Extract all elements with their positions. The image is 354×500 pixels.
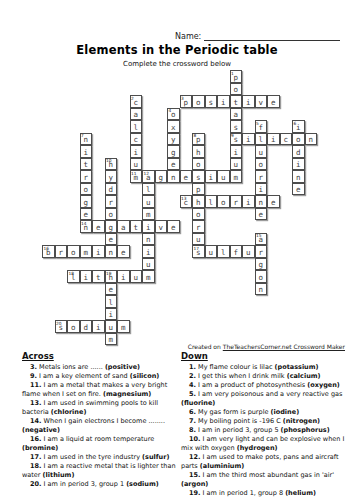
- grid-cell: g: [255, 258, 268, 271]
- cell-letter: l: [218, 248, 229, 258]
- grid-cell: l: [105, 295, 118, 308]
- cell-letter: u: [143, 198, 154, 208]
- grid-cell: m: [105, 333, 118, 346]
- clue-item: 1. My flame colour is lilac (potassium): [181, 363, 348, 372]
- cell-letter: s: [193, 248, 204, 258]
- cell-letter: o: [193, 210, 204, 220]
- clue-item: 17. I am used in the tyre industry (sulf…: [22, 453, 177, 462]
- cell-letter: u: [131, 273, 142, 283]
- cell-letter: l: [131, 123, 142, 133]
- across-clues-section: Across 3. Metals ions are ...... (positi…: [22, 352, 177, 489]
- worksheet-page: Name: Elements in the Periodic table Com…: [0, 0, 354, 500]
- grid-cell: 12a: [142, 170, 155, 183]
- cell-letter: r: [256, 248, 267, 258]
- clue-item: 14. When I gain electrons I become .....…: [22, 417, 177, 435]
- cell-letter: v: [256, 98, 267, 108]
- grid-cell: 14n: [80, 220, 93, 233]
- cell-letter: a: [256, 235, 267, 245]
- cell-letter: s: [193, 173, 204, 183]
- cell-letter: e: [293, 185, 304, 195]
- clue-item: 6. My gas form is purple (iodine): [181, 408, 348, 417]
- grid-cell: y: [167, 133, 180, 146]
- cell-letter: g: [168, 148, 179, 158]
- grid-cell: g: [80, 195, 93, 208]
- clue-item: 13. I am used in swimming pools to kill …: [22, 399, 177, 417]
- credit-prefix: Created on: [188, 343, 223, 350]
- cell-letter: m: [131, 173, 142, 183]
- cell-letter: i: [118, 273, 129, 283]
- grid-cell: r: [80, 170, 93, 183]
- grid-cell: d: [80, 320, 93, 333]
- cell-letter: p: [231, 73, 242, 83]
- cell-letter: y: [168, 135, 179, 145]
- grid-cell: x: [167, 120, 180, 133]
- cell-letter: t: [93, 273, 104, 283]
- grid-cell: s: [230, 120, 243, 133]
- cell-letter: o: [106, 210, 117, 220]
- cell-letter: n: [81, 223, 92, 233]
- cell-letter: u: [106, 323, 117, 333]
- cell-letter: c: [281, 135, 292, 145]
- grid-cell: 13c: [180, 195, 193, 208]
- cell-letter: f: [256, 123, 267, 133]
- grid-cell: t: [92, 270, 105, 283]
- grid-cell: g: [155, 170, 168, 183]
- cell-letter: m: [231, 173, 242, 183]
- grid-cell: a: [130, 108, 143, 121]
- grid-cell: u: [230, 158, 243, 171]
- grid-cell: o: [230, 83, 243, 96]
- cell-letter: l: [68, 273, 79, 283]
- cell-letter: x: [168, 123, 179, 133]
- cell-letter: n: [106, 248, 117, 258]
- grid-cell: r: [192, 220, 205, 233]
- cell-letter: r: [81, 173, 92, 183]
- grid-cell: a: [230, 108, 243, 121]
- cell-letter: g: [81, 198, 92, 208]
- clue-item: 18. I am a reactive metal that is lighte…: [22, 462, 177, 480]
- grid-cell: m: [230, 170, 243, 183]
- cell-letter: r: [106, 198, 117, 208]
- cell-letter: c: [131, 135, 142, 145]
- grid-cell: o: [255, 158, 268, 171]
- cell-letter: i: [93, 323, 104, 333]
- clue-item: 10. I am very light and can be explosive…: [181, 435, 348, 453]
- cell-letter: u: [231, 160, 242, 170]
- clue-item: 19. I am in period 1, group 8 (helium): [181, 489, 348, 498]
- cell-letter: b: [43, 248, 54, 258]
- clue-item: 2. I get this when I drink milk (calcium…: [181, 372, 348, 381]
- cell-letter: p: [193, 135, 204, 145]
- cell-letter: e: [268, 198, 279, 208]
- cell-letter: s: [56, 323, 67, 333]
- cell-letter: i: [268, 135, 279, 145]
- clue-item: 16. I am a liquid at room temperature (b…: [22, 435, 177, 453]
- name-row: Name:: [175, 32, 340, 41]
- grid-cell: u: [105, 320, 118, 333]
- grid-cell: n: [142, 233, 155, 246]
- cell-letter: m: [143, 273, 154, 283]
- grid-cell: i: [142, 245, 155, 258]
- clue-item: 8. I am in period 3, group 5 (phosphorus…: [181, 426, 348, 435]
- grid-cell: e: [105, 233, 118, 246]
- cell-letter: i: [293, 160, 304, 170]
- grid-cell: m: [142, 270, 155, 283]
- grid-cell: u: [255, 145, 268, 158]
- cell-letter: n: [81, 135, 92, 145]
- grid-cell: r: [255, 170, 268, 183]
- cell-letter: i: [93, 248, 104, 258]
- grid-cell: n: [105, 245, 118, 258]
- grid-cell: h: [192, 145, 205, 158]
- cell-letter: p: [181, 98, 192, 108]
- name-blank-line: [204, 32, 340, 41]
- cell-letter: o: [218, 198, 229, 208]
- clue-item: 20. I am in period 3, group 1 (sodium): [22, 480, 177, 489]
- cell-letter: g: [156, 173, 167, 183]
- grid-cell: h: [192, 195, 205, 208]
- crossword-grid: 1po2c3positivea4oalxs5f6i7ncy8p9siliconi…: [42, 70, 322, 350]
- cell-letter: o: [68, 248, 79, 258]
- grid-cell: u: [142, 258, 155, 271]
- grid-cell: u: [142, 195, 155, 208]
- cell-letter: v: [156, 223, 167, 233]
- grid-cell: e: [255, 208, 268, 221]
- cell-letter: i: [231, 148, 242, 158]
- grid-cell: i: [292, 158, 305, 171]
- cell-letter: m: [81, 248, 92, 258]
- cell-letter: i: [293, 123, 304, 133]
- cell-letter: u: [206, 248, 217, 258]
- clue-item: 4. I am a product of photosynthesis (oxy…: [181, 381, 348, 390]
- grid-cell: p: [192, 183, 205, 196]
- cell-letter: i: [206, 173, 217, 183]
- cell-letter: u: [218, 173, 229, 183]
- grid-cell: 18l: [67, 270, 80, 283]
- clue-item: 12. I am used to make pots, pans and air…: [181, 453, 348, 471]
- cell-letter: a: [143, 173, 154, 183]
- grid-cell: u: [130, 270, 143, 283]
- cell-letter: i: [143, 248, 154, 258]
- cell-letter: i: [218, 98, 229, 108]
- cell-letter: o: [193, 160, 204, 170]
- grid-cell: i: [92, 245, 105, 258]
- grid-cell: i: [105, 308, 118, 321]
- grid-cell: l: [255, 133, 268, 146]
- grid-cell: t: [130, 220, 143, 233]
- clue-item: 15. I am the third most abundant gas in …: [181, 471, 348, 489]
- clue-item: 7. My boiling point is -196 C (nitrogen): [181, 417, 348, 426]
- cell-letter: o: [293, 135, 304, 145]
- grid-cell: l: [205, 195, 218, 208]
- cell-letter: u: [243, 248, 254, 258]
- grid-cell: m: [80, 245, 93, 258]
- credit-line: Created on TheTeachersCorner.net Crosswo…: [188, 343, 345, 350]
- grid-cell: o: [192, 158, 205, 171]
- cell-letter: e: [256, 210, 267, 220]
- cell-letter: r: [256, 173, 267, 183]
- cell-letter: e: [93, 223, 104, 233]
- grid-cell: g: [167, 145, 180, 158]
- grid-cell: n: [292, 170, 305, 183]
- grid-cell: y: [105, 170, 118, 183]
- cell-letter: t: [81, 160, 92, 170]
- grid-cell: u: [242, 245, 255, 258]
- cell-letter: r: [193, 223, 204, 233]
- grid-cell: 20s: [55, 320, 68, 333]
- grid-cell: u: [205, 245, 218, 258]
- cell-letter: r: [231, 198, 242, 208]
- grid-cell: v: [255, 95, 268, 108]
- grid-cell: u: [217, 170, 230, 183]
- cell-letter: l: [206, 198, 217, 208]
- cell-letter: s: [231, 135, 242, 145]
- grid-cell: i: [255, 183, 268, 196]
- grid-cell: o: [80, 183, 93, 196]
- grid-cell: 6i: [292, 120, 305, 133]
- grid-cell: o: [255, 270, 268, 283]
- cell-letter: r: [56, 248, 67, 258]
- cell-letter: n: [293, 173, 304, 183]
- cell-letter: a: [118, 223, 129, 233]
- cell-letter: m: [143, 210, 154, 220]
- grid-cell: t: [80, 158, 93, 171]
- cell-letter: h: [106, 160, 117, 170]
- grid-cell: i: [117, 270, 130, 283]
- grid-cell: i: [205, 170, 218, 183]
- cell-letter: o: [256, 160, 267, 170]
- cell-letter: i: [143, 223, 154, 233]
- grid-cell: r: [255, 245, 268, 258]
- grid-cell: s: [205, 95, 218, 108]
- grid-cell: r: [55, 245, 68, 258]
- cell-letter: o: [231, 85, 242, 95]
- cell-letter: o: [193, 98, 204, 108]
- grid-cell: 10h: [105, 158, 118, 171]
- cell-letter: s: [206, 98, 217, 108]
- grid-cell: r: [105, 195, 118, 208]
- grid-cell: 4o: [167, 108, 180, 121]
- grid-cell: i: [242, 133, 255, 146]
- cell-letter: n: [168, 173, 179, 183]
- cell-letter: l: [106, 298, 117, 308]
- cell-letter: e: [106, 285, 117, 295]
- grid-cell: 3p: [180, 95, 193, 108]
- across-heading: Across: [22, 352, 177, 361]
- down-heading: Down: [181, 352, 348, 361]
- cell-letter: g: [106, 223, 117, 233]
- grid-cell: e: [292, 183, 305, 196]
- grid-cell: u: [192, 233, 205, 246]
- clue-item: 11. I am a metal that makes a very brigh…: [22, 381, 177, 399]
- grid-cell: i: [130, 145, 143, 158]
- grid-cell: i: [217, 95, 230, 108]
- grid-cell: o: [217, 195, 230, 208]
- grid-cell: 16b: [42, 245, 55, 258]
- cell-letter: p: [193, 185, 204, 195]
- cell-letter: i: [81, 273, 92, 283]
- cell-letter: n: [306, 135, 317, 145]
- cell-letter: f: [231, 248, 242, 258]
- cell-letter: y: [106, 173, 117, 183]
- cell-letter: s: [231, 123, 242, 133]
- cell-letter: h: [106, 273, 117, 283]
- cell-letter: i: [81, 148, 92, 158]
- grid-cell: o: [67, 245, 80, 258]
- grid-cell: n: [305, 133, 318, 146]
- cell-letter: g: [256, 260, 267, 270]
- grid-cell: 9s: [230, 133, 243, 146]
- cell-letter: o: [168, 110, 179, 120]
- grid-cell: i: [142, 220, 155, 233]
- grid-cell: t: [230, 95, 243, 108]
- grid-cell: 5f: [255, 120, 268, 133]
- clue-item: 5. I am very poisonous and a very reacti…: [181, 390, 348, 408]
- cell-letter: c: [181, 198, 192, 208]
- grid-cell: o: [192, 208, 205, 221]
- grid-cell: e: [117, 245, 130, 258]
- grid-cell: i: [242, 195, 255, 208]
- cell-letter: a: [131, 110, 142, 120]
- cell-letter: i: [106, 310, 117, 320]
- grid-cell: d: [292, 145, 305, 158]
- grid-cell: m: [142, 208, 155, 221]
- grid-cell: i: [80, 145, 93, 158]
- cell-letter: e: [81, 210, 92, 220]
- grid-cell: 17s: [192, 245, 205, 258]
- cell-letter: i: [256, 185, 267, 195]
- grid-cell: e: [267, 95, 280, 108]
- cell-letter: e: [106, 235, 117, 245]
- cell-letter: i: [243, 198, 254, 208]
- grid-cell: g: [105, 220, 118, 233]
- cell-letter: d: [106, 185, 117, 195]
- grid-cell: l: [142, 183, 155, 196]
- grid-cell: e: [167, 220, 180, 233]
- grid-cell: 8p: [192, 133, 205, 146]
- down-clue-list: 1. My flame colour is lilac (potassium)2…: [181, 363, 348, 498]
- cell-letter: i: [131, 148, 142, 158]
- cell-letter: e: [268, 98, 279, 108]
- cell-letter: n: [256, 198, 267, 208]
- grid-cell: e: [80, 208, 93, 221]
- cell-letter: u: [193, 235, 204, 245]
- grid-cell: r: [230, 195, 243, 208]
- clue-item: 9. I am a key element of sand (silicon): [22, 372, 177, 381]
- grid-cell: 11m: [130, 170, 143, 183]
- grid-cell: v: [155, 220, 168, 233]
- grid-cell: e: [167, 158, 180, 171]
- grid-cell: n: [255, 283, 268, 296]
- grid-cell: i: [230, 145, 243, 158]
- cell-letter: c: [131, 98, 142, 108]
- grid-cell: n: [167, 170, 180, 183]
- grid-cell: 15a: [255, 233, 268, 246]
- grid-cell: l: [217, 245, 230, 258]
- credit-link[interactable]: TheTeachersCorner.net Crossword Maker: [223, 343, 345, 350]
- cell-letter: d: [293, 148, 304, 158]
- across-clue-list: 3. Metals ions are ...... (positive)9. I…: [22, 363, 177, 489]
- cell-letter: e: [118, 248, 129, 258]
- grid-cell: e: [267, 195, 280, 208]
- clue-item: 3. Metals ions are ...... (positive): [22, 363, 177, 372]
- cell-letter: t: [231, 98, 242, 108]
- cell-letter: e: [168, 160, 179, 170]
- cell-letter: n: [143, 235, 154, 245]
- grid-cell: o: [192, 95, 205, 108]
- grid-cell: e: [92, 220, 105, 233]
- page-title: Elements in the Periodic table: [0, 43, 354, 57]
- grid-cell: o: [67, 320, 80, 333]
- grid-cell: 2c: [130, 95, 143, 108]
- grid-cell: n: [255, 195, 268, 208]
- cell-letter: u: [256, 148, 267, 158]
- cell-letter: m: [106, 335, 117, 345]
- grid-cell: l: [130, 120, 143, 133]
- cell-letter: u: [143, 260, 154, 270]
- cell-letter: t: [131, 223, 142, 233]
- grid-cell: 19h: [105, 270, 118, 283]
- cell-letter: h: [193, 148, 204, 158]
- cell-letter: o: [256, 273, 267, 283]
- grid-cell: c: [130, 133, 143, 146]
- grid-cell: i: [267, 133, 280, 146]
- cell-letter: i: [243, 135, 254, 145]
- grid-cell: i: [92, 320, 105, 333]
- grid-cell: c: [280, 133, 293, 146]
- cell-letter: n: [256, 285, 267, 295]
- grid-cell: m: [117, 320, 130, 333]
- grid-cell: 1p: [230, 70, 243, 83]
- grid-cell: e: [180, 170, 193, 183]
- cell-letter: d: [81, 323, 92, 333]
- name-label: Name:: [175, 32, 201, 41]
- cell-letter: e: [168, 223, 179, 233]
- page-subtitle: Complete the crossword below: [0, 60, 354, 68]
- grid-cell: i: [242, 95, 255, 108]
- cell-letter: e: [181, 173, 192, 183]
- down-clues-section: Down 1. My flame colour is lilac (potass…: [181, 352, 348, 498]
- grid-cell: d: [105, 183, 118, 196]
- cell-letter: o: [81, 185, 92, 195]
- grid-cell: f: [230, 245, 243, 258]
- grid-cell: s: [192, 170, 205, 183]
- grid-cell: o: [292, 133, 305, 146]
- cell-letter: i: [243, 98, 254, 108]
- cell-letter: u: [131, 160, 142, 170]
- cell-letter: m: [118, 323, 129, 333]
- cell-letter: h: [193, 198, 204, 208]
- grid-cell: a: [117, 220, 130, 233]
- cell-letter: o: [68, 323, 79, 333]
- cell-letter: a: [231, 110, 242, 120]
- grid-cell: u: [130, 158, 143, 171]
- cell-letter: l: [256, 135, 267, 145]
- grid-cell: o: [105, 208, 118, 221]
- grid-cell: e: [105, 283, 118, 296]
- grid-cell: i: [80, 270, 93, 283]
- grid-cell: 7n: [80, 133, 93, 146]
- cell-letter: l: [143, 185, 154, 195]
